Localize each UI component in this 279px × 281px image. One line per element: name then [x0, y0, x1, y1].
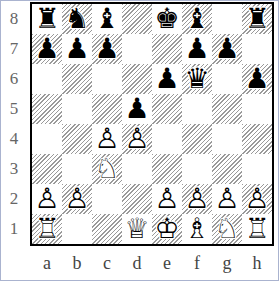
piece-white-pawn[interactable]: ♟♙	[62, 184, 92, 214]
piece-glyph: ♟	[62, 34, 92, 64]
square-f6[interactable]: ♛	[182, 64, 212, 94]
square-d5[interactable]: ♟	[122, 94, 152, 124]
square-g8[interactable]	[212, 4, 242, 34]
piece-glyph: ♔	[152, 214, 182, 244]
square-b5[interactable]	[62, 94, 92, 124]
rank-label-5: 5	[3, 94, 25, 124]
piece-white-pawn[interactable]: ♟♙	[122, 124, 152, 154]
file-label-a: a	[32, 250, 62, 276]
square-h3[interactable]	[242, 154, 272, 184]
square-h6[interactable]: ♟	[242, 64, 272, 94]
piece-glyph: ♚	[152, 4, 182, 34]
square-d3[interactable]	[122, 154, 152, 184]
square-a3[interactable]	[32, 154, 62, 184]
piece-glyph: ♝	[182, 4, 212, 34]
rank-label-3: 3	[3, 154, 25, 184]
square-c4[interactable]: ♟♙	[92, 124, 122, 154]
square-b3[interactable]	[62, 154, 92, 184]
square-g6[interactable]	[212, 64, 242, 94]
file-label-c: c	[92, 250, 122, 276]
square-a2[interactable]: ♟♙	[32, 184, 62, 214]
square-b6[interactable]	[62, 64, 92, 94]
piece-white-pawn[interactable]: ♟♙	[32, 184, 62, 214]
piece-glyph: ♟	[122, 94, 152, 124]
file-label-d: d	[122, 250, 152, 276]
piece-glyph: ♙	[152, 184, 182, 214]
rank-label-2: 2	[3, 184, 25, 214]
file-label-e: e	[152, 250, 182, 276]
piece-white-king[interactable]: ♚♔	[152, 214, 182, 244]
chess-diagram: 87654321 ♜♞♝♚♝♜♟♟♟♟♟♟♛♟♟♟♙♟♙♞♘♟♙♟♙♟♙♟♙♟♙…	[0, 0, 279, 281]
piece-glyph: ♗	[182, 214, 212, 244]
square-c8[interactable]: ♝	[92, 4, 122, 34]
square-b7[interactable]: ♟	[62, 34, 92, 64]
square-d1[interactable]: ♛♕	[122, 214, 152, 244]
square-c7[interactable]: ♟	[92, 34, 122, 64]
square-f3[interactable]	[182, 154, 212, 184]
file-label-f: f	[182, 250, 212, 276]
square-h1[interactable]: ♜♖	[242, 214, 272, 244]
piece-glyph: ♙	[212, 184, 242, 214]
piece-glyph: ♛	[182, 64, 212, 94]
piece-black-bishop[interactable]: ♝	[182, 4, 212, 34]
piece-glyph: ♟	[152, 64, 182, 94]
piece-white-pawn[interactable]: ♟♙	[212, 184, 242, 214]
rank-label-7: 7	[3, 34, 25, 64]
piece-black-pawn[interactable]: ♟	[152, 64, 182, 94]
piece-white-queen[interactable]: ♛♕	[122, 214, 152, 244]
square-d6[interactable]	[122, 64, 152, 94]
square-g3[interactable]	[212, 154, 242, 184]
piece-black-pawn[interactable]: ♟	[182, 34, 212, 64]
piece-white-pawn[interactable]: ♟♙	[92, 124, 122, 154]
piece-glyph: ♞	[62, 4, 92, 34]
square-g2[interactable]: ♟♙	[212, 184, 242, 214]
piece-glyph: ♘	[92, 154, 122, 184]
square-h4[interactable]	[242, 124, 272, 154]
square-h7[interactable]	[242, 34, 272, 64]
piece-glyph: ♘	[212, 214, 242, 244]
square-c1[interactable]	[92, 214, 122, 244]
square-d8[interactable]	[122, 4, 152, 34]
piece-black-pawn[interactable]: ♟	[122, 94, 152, 124]
square-e1[interactable]: ♚♔	[152, 214, 182, 244]
chess-board: ♜♞♝♚♝♜♟♟♟♟♟♟♛♟♟♟♙♟♙♞♘♟♙♟♙♟♙♟♙♟♙♟♙♜♖♛♕♚♔♝…	[30, 2, 274, 246]
square-b4[interactable]	[62, 124, 92, 154]
piece-glyph: ♙	[242, 184, 272, 214]
square-h2[interactable]: ♟♙	[242, 184, 272, 214]
piece-white-pawn[interactable]: ♟♙	[242, 184, 272, 214]
piece-white-pawn[interactable]: ♟♙	[152, 184, 182, 214]
rank-labels: 87654321	[3, 4, 25, 244]
square-b8[interactable]: ♞	[62, 4, 92, 34]
rank-label-4: 4	[3, 124, 25, 154]
square-c5[interactable]	[92, 94, 122, 124]
piece-black-knight[interactable]: ♞	[62, 4, 92, 34]
square-c6[interactable]	[92, 64, 122, 94]
file-label-g: g	[212, 250, 242, 276]
file-label-b: b	[62, 250, 92, 276]
piece-glyph: ♟	[212, 34, 242, 64]
file-label-h: h	[242, 250, 272, 276]
piece-glyph: ♙	[62, 184, 92, 214]
square-f1[interactable]: ♝♗	[182, 214, 212, 244]
piece-white-rook[interactable]: ♜♖	[242, 214, 272, 244]
square-e6[interactable]: ♟	[152, 64, 182, 94]
square-e2[interactable]: ♟♙	[152, 184, 182, 214]
rank-label-8: 8	[3, 4, 25, 34]
square-g1[interactable]: ♞♘	[212, 214, 242, 244]
square-e4[interactable]	[152, 124, 182, 154]
square-a7[interactable]: ♟	[32, 34, 62, 64]
piece-glyph: ♟	[242, 64, 272, 94]
piece-black-pawn[interactable]: ♟	[212, 34, 242, 64]
piece-glyph: ♜	[32, 4, 62, 34]
piece-white-bishop[interactable]: ♝♗	[182, 214, 212, 244]
square-c3[interactable]: ♞♘	[92, 154, 122, 184]
square-g7[interactable]: ♟	[212, 34, 242, 64]
piece-black-king[interactable]: ♚	[152, 4, 182, 34]
rank-label-1: 1	[3, 214, 25, 244]
square-g4[interactable]	[212, 124, 242, 154]
piece-glyph: ♜	[242, 4, 272, 34]
piece-glyph: ♝	[92, 4, 122, 34]
square-f2[interactable]: ♟♙	[182, 184, 212, 214]
piece-glyph: ♟	[92, 34, 122, 64]
piece-black-rook[interactable]: ♜	[242, 4, 272, 34]
square-a4[interactable]	[32, 124, 62, 154]
square-a8[interactable]: ♜	[32, 4, 62, 34]
square-d2[interactable]	[122, 184, 152, 214]
piece-glyph: ♙	[122, 124, 152, 154]
piece-glyph: ♟	[32, 34, 62, 64]
square-a5[interactable]	[32, 94, 62, 124]
square-h8[interactable]: ♜	[242, 4, 272, 34]
square-d4[interactable]: ♟♙	[122, 124, 152, 154]
file-labels: abcdefgh	[32, 250, 272, 276]
piece-glyph: ♙	[32, 184, 62, 214]
piece-white-rook[interactable]: ♜♖	[32, 214, 62, 244]
square-a6[interactable]	[32, 64, 62, 94]
square-e7[interactable]	[152, 34, 182, 64]
square-e5[interactable]	[152, 94, 182, 124]
piece-white-knight[interactable]: ♞♘	[212, 214, 242, 244]
piece-glyph: ♖	[242, 214, 272, 244]
piece-glyph: ♙	[92, 124, 122, 154]
piece-black-rook[interactable]: ♜	[32, 4, 62, 34]
square-h5[interactable]	[242, 94, 272, 124]
square-b1[interactable]	[62, 214, 92, 244]
square-c2[interactable]	[92, 184, 122, 214]
square-f7[interactable]: ♟	[182, 34, 212, 64]
piece-black-queen[interactable]: ♛	[182, 64, 212, 94]
piece-glyph: ♖	[32, 214, 62, 244]
square-e3[interactable]	[152, 154, 182, 184]
square-g5[interactable]	[212, 94, 242, 124]
square-f5[interactable]	[182, 94, 212, 124]
square-f8[interactable]: ♝	[182, 4, 212, 34]
piece-black-pawn[interactable]: ♟	[92, 34, 122, 64]
square-f4[interactable]	[182, 124, 212, 154]
rank-label-6: 6	[3, 64, 25, 94]
piece-black-pawn[interactable]: ♟	[242, 64, 272, 94]
square-a1[interactable]: ♜♖	[32, 214, 62, 244]
square-d7[interactable]	[122, 34, 152, 64]
square-e8[interactable]: ♚	[152, 4, 182, 34]
piece-glyph: ♟	[182, 34, 212, 64]
piece-white-knight[interactable]: ♞♘	[92, 154, 122, 184]
piece-black-pawn[interactable]: ♟	[32, 34, 62, 64]
piece-glyph: ♙	[182, 184, 212, 214]
piece-black-bishop[interactable]: ♝	[92, 4, 122, 34]
piece-white-pawn[interactable]: ♟♙	[182, 184, 212, 214]
square-b2[interactable]: ♟♙	[62, 184, 92, 214]
piece-glyph: ♕	[122, 214, 152, 244]
piece-black-pawn[interactable]: ♟	[62, 34, 92, 64]
